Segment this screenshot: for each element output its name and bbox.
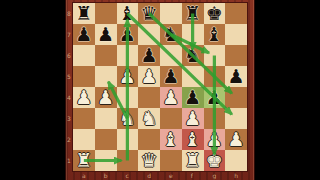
black-rook-f8[interactable]: ♜ xyxy=(182,3,204,24)
square-e7[interactable]: ♞ xyxy=(160,24,182,45)
square-g7[interactable]: ♝ xyxy=(204,24,226,45)
black-pawn-b7[interactable]: ♟ xyxy=(95,24,117,45)
black-bishop-c8[interactable]: ♝ xyxy=(117,3,139,24)
square-h1[interactable] xyxy=(225,150,247,171)
square-g2[interactable]: ♟ xyxy=(204,129,226,150)
square-b6[interactable] xyxy=(95,45,117,66)
square-c7[interactable]: ♟ xyxy=(117,24,139,45)
black-rook-a8[interactable]: ♜ xyxy=(73,3,95,24)
black-pawn-a7[interactable]: ♟ xyxy=(73,24,95,45)
file-label-f: f xyxy=(191,173,193,179)
file-label-g: g xyxy=(212,173,216,179)
white-pawn-e4[interactable]: ♟ xyxy=(160,87,182,108)
square-c5[interactable]: ♟ xyxy=(117,66,139,87)
square-f7[interactable] xyxy=(182,24,204,45)
square-b2[interactable] xyxy=(95,129,117,150)
white-bishop-e2[interactable]: ♝ xyxy=(160,129,182,150)
square-b8[interactable] xyxy=(95,3,117,24)
white-pawn-c5[interactable]: ♟ xyxy=(117,66,139,87)
square-h3[interactable] xyxy=(225,108,247,129)
square-b5[interactable] xyxy=(95,66,117,87)
white-pawn-b4[interactable]: ♟ xyxy=(95,87,117,108)
file-label-c: c xyxy=(125,173,128,179)
square-b7[interactable]: ♟ xyxy=(95,24,117,45)
black-knight-f6[interactable]: ♞ xyxy=(182,45,204,66)
white-pawn-a4[interactable]: ♟ xyxy=(73,87,95,108)
square-d8[interactable]: ♛ xyxy=(138,3,160,24)
rank-label-1: 1 xyxy=(67,158,71,164)
rank-label-6: 6 xyxy=(67,53,71,59)
white-pawn-h2[interactable]: ♟ xyxy=(225,129,247,150)
square-g1[interactable]: ♚ xyxy=(204,150,226,171)
white-rook-f1[interactable]: ♜ xyxy=(182,150,204,171)
square-g6[interactable] xyxy=(204,45,226,66)
square-c6[interactable] xyxy=(117,45,139,66)
square-a6[interactable] xyxy=(73,45,95,66)
square-d3[interactable]: ♞ xyxy=(138,108,160,129)
square-c2[interactable] xyxy=(117,129,139,150)
square-f1[interactable]: ♜ xyxy=(182,150,204,171)
square-d2[interactable] xyxy=(138,129,160,150)
square-d5[interactable]: ♟ xyxy=(138,66,160,87)
black-pawn-f4[interactable]: ♟ xyxy=(182,87,204,108)
black-pawn-d6[interactable]: ♟ xyxy=(138,45,160,66)
square-a7[interactable]: ♟ xyxy=(73,24,95,45)
square-a3[interactable] xyxy=(73,108,95,129)
square-e1[interactable] xyxy=(160,150,182,171)
square-f2[interactable]: ♝ xyxy=(182,129,204,150)
letterbox-left xyxy=(0,0,65,180)
rank-label-4: 4 xyxy=(67,95,71,101)
square-b1[interactable] xyxy=(95,150,117,171)
square-a8[interactable]: ♜ xyxy=(73,3,95,24)
square-e5[interactable]: ♟ xyxy=(160,66,182,87)
file-label-h: h xyxy=(234,173,238,179)
white-king-g1[interactable]: ♚ xyxy=(204,150,226,171)
file-label-a: a xyxy=(82,173,86,179)
square-g8[interactable]: ♚ xyxy=(204,3,226,24)
square-e4[interactable]: ♟ xyxy=(160,87,182,108)
square-f6[interactable]: ♞ xyxy=(182,45,204,66)
square-h2[interactable]: ♟ xyxy=(225,129,247,150)
square-g3[interactable] xyxy=(204,108,226,129)
square-b4[interactable]: ♟ xyxy=(95,87,117,108)
square-d7[interactable] xyxy=(138,24,160,45)
white-knight-c3[interactable]: ♞ xyxy=(117,108,139,129)
video-frame: ♜♝♛♜♚♟♟♟♞♝♟♞♟♟♟♟♟♟♟♟♟♞♞♟♝♝♟♟♜♛♜♚ 1234567… xyxy=(0,0,320,180)
rank-label-8: 8 xyxy=(67,11,71,17)
white-knight-d3[interactable]: ♞ xyxy=(138,108,160,129)
square-a4[interactable]: ♟ xyxy=(73,87,95,108)
white-rook-a1[interactable]: ♜ xyxy=(73,150,95,171)
white-bishop-f2[interactable]: ♝ xyxy=(182,129,204,150)
square-h6[interactable] xyxy=(225,45,247,66)
chess-board[interactable]: ♜♝♛♜♚♟♟♟♞♝♟♞♟♟♟♟♟♟♟♟♟♞♞♟♝♝♟♟♜♛♜♚ xyxy=(73,3,247,171)
letterbox-right xyxy=(255,0,320,180)
square-b3[interactable] xyxy=(95,108,117,129)
white-pawn-d5[interactable]: ♟ xyxy=(138,66,160,87)
file-label-e: e xyxy=(169,173,173,179)
square-h5[interactable]: ♟ xyxy=(225,66,247,87)
square-d4[interactable] xyxy=(138,87,160,108)
white-queen-d1[interactable]: ♛ xyxy=(138,150,160,171)
square-h4[interactable] xyxy=(225,87,247,108)
square-d1[interactable]: ♛ xyxy=(138,150,160,171)
rank-label-7: 7 xyxy=(67,32,71,38)
square-e3[interactable] xyxy=(160,108,182,129)
square-d6[interactable]: ♟ xyxy=(138,45,160,66)
square-a5[interactable] xyxy=(73,66,95,87)
square-e2[interactable]: ♝ xyxy=(160,129,182,150)
square-a1[interactable]: ♜ xyxy=(73,150,95,171)
black-pawn-g4[interactable]: ♟ xyxy=(204,87,226,108)
square-f8[interactable]: ♜ xyxy=(182,3,204,24)
square-c1[interactable] xyxy=(117,150,139,171)
square-h8[interactable] xyxy=(225,3,247,24)
file-label-b: b xyxy=(104,173,108,179)
square-a2[interactable] xyxy=(73,129,95,150)
square-f5[interactable] xyxy=(182,66,204,87)
black-queen-d8[interactable]: ♛ xyxy=(138,3,160,24)
white-pawn-g2[interactable]: ♟ xyxy=(204,129,226,150)
file-label-d: d xyxy=(147,173,151,179)
square-e8[interactable] xyxy=(160,3,182,24)
square-c8[interactable]: ♝ xyxy=(117,3,139,24)
black-bishop-g7[interactable]: ♝ xyxy=(204,24,226,45)
rank-label-5: 5 xyxy=(67,74,71,80)
square-h7[interactable] xyxy=(225,24,247,45)
square-c4[interactable] xyxy=(117,87,139,108)
square-g4[interactable]: ♟ xyxy=(204,87,226,108)
square-f4[interactable]: ♟ xyxy=(182,87,204,108)
black-pawn-h5[interactable]: ♟ xyxy=(225,66,247,87)
black-pawn-c7[interactable]: ♟ xyxy=(117,24,139,45)
black-knight-e7[interactable]: ♞ xyxy=(160,24,182,45)
rank-label-3: 3 xyxy=(67,116,71,122)
black-pawn-e5[interactable]: ♟ xyxy=(160,66,182,87)
square-g5[interactable] xyxy=(204,66,226,87)
square-e6[interactable] xyxy=(160,45,182,66)
black-king-g8[interactable]: ♚ xyxy=(204,3,226,24)
square-c3[interactable]: ♞ xyxy=(117,108,139,129)
rank-label-2: 2 xyxy=(67,137,71,143)
square-f3[interactable]: ♟ xyxy=(182,108,204,129)
white-pawn-f3[interactable]: ♟ xyxy=(182,108,204,129)
